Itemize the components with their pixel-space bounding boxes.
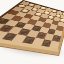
board-grid	[0, 1, 64, 48]
product-photo-background	[0, 0, 64, 64]
checkers-board	[0, 0, 64, 52]
board-square	[50, 40, 60, 48]
